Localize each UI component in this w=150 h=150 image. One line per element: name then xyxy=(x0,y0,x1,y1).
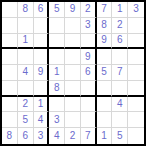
sudoku-cell-empty[interactable] xyxy=(34,49,50,65)
sudoku-cell-empty[interactable] xyxy=(34,18,50,34)
sudoku-cell-given: 3 xyxy=(49,112,65,128)
sudoku-cell-empty[interactable] xyxy=(97,112,113,128)
sudoku-cell-empty[interactable] xyxy=(65,112,81,128)
sudoku-cell-given: 6 xyxy=(112,34,128,50)
sudoku-cell-given: 8 xyxy=(18,2,34,18)
sudoku-cell-empty[interactable] xyxy=(128,81,144,97)
sudoku-cell-empty[interactable] xyxy=(49,49,65,65)
sudoku-cell-empty[interactable] xyxy=(2,81,18,97)
sudoku-cell-given: 3 xyxy=(34,128,50,144)
sudoku-cell-empty[interactable] xyxy=(128,49,144,65)
sudoku-cell-given: 1 xyxy=(97,128,113,144)
sudoku-cell-given: 1 xyxy=(34,97,50,113)
sudoku-cell-empty[interactable] xyxy=(128,65,144,81)
sudoku-cell-empty[interactable] xyxy=(49,97,65,113)
sudoku-cell-empty[interactable] xyxy=(97,97,113,113)
sudoku-cell-empty[interactable] xyxy=(18,81,34,97)
sudoku-cell-given: 5 xyxy=(112,128,128,144)
sudoku-cell-given: 7 xyxy=(97,2,113,18)
sudoku-cell-empty[interactable] xyxy=(34,34,50,50)
sudoku-cell-empty[interactable] xyxy=(128,18,144,34)
sudoku-cell-empty[interactable] xyxy=(2,112,18,128)
sudoku-cell-given: 1 xyxy=(18,34,34,50)
sudoku-cell-empty[interactable] xyxy=(49,18,65,34)
sudoku-cell-empty[interactable] xyxy=(112,49,128,65)
sudoku-cell-given: 8 xyxy=(97,18,113,34)
sudoku-cell-given: 9 xyxy=(81,49,97,65)
sudoku-cell-empty[interactable] xyxy=(81,34,97,50)
sudoku-cell-empty[interactable] xyxy=(97,81,113,97)
sudoku-cell-empty[interactable] xyxy=(65,97,81,113)
sudoku-cell-given: 4 xyxy=(18,65,34,81)
sudoku-cell-given: 6 xyxy=(18,128,34,144)
sudoku-cell-given: 9 xyxy=(65,2,81,18)
sudoku-cell-empty[interactable] xyxy=(49,34,65,50)
sudoku-cell-empty[interactable] xyxy=(65,81,81,97)
sudoku-cell-empty[interactable] xyxy=(34,81,50,97)
sudoku-cell-given: 9 xyxy=(97,34,113,50)
sudoku-cell-empty[interactable] xyxy=(65,49,81,65)
sudoku-cell-empty[interactable] xyxy=(128,112,144,128)
sudoku-cell-given: 1 xyxy=(49,65,65,81)
sudoku-cell-given: 7 xyxy=(112,65,128,81)
sudoku-cell-empty[interactable] xyxy=(81,112,97,128)
sudoku-cell-given: 7 xyxy=(81,128,97,144)
sudoku-cell-given: 3 xyxy=(128,2,144,18)
sudoku-cell-empty[interactable] xyxy=(65,18,81,34)
sudoku-cell-empty[interactable] xyxy=(65,65,81,81)
sudoku-cell-given: 3 xyxy=(81,18,97,34)
sudoku-cell-empty[interactable] xyxy=(81,81,97,97)
sudoku-cell-given: 5 xyxy=(97,65,113,81)
sudoku-cell-given: 8 xyxy=(2,128,18,144)
sudoku-cell-empty[interactable] xyxy=(128,34,144,50)
sudoku-cell-given: 2 xyxy=(65,128,81,144)
sudoku-cell-given: 5 xyxy=(18,112,34,128)
sudoku-cell-given: 6 xyxy=(81,65,97,81)
sudoku-cell-empty[interactable] xyxy=(18,18,34,34)
sudoku-cell-given: 5 xyxy=(49,2,65,18)
sudoku-cell-empty[interactable] xyxy=(97,49,113,65)
sudoku-cell-given: 9 xyxy=(34,65,50,81)
sudoku-board: 865927133821969491657821454386342715 xyxy=(0,0,146,146)
sudoku-cell-empty[interactable] xyxy=(2,18,18,34)
sudoku-cell-empty[interactable] xyxy=(2,34,18,50)
sudoku-cell-empty[interactable] xyxy=(2,65,18,81)
sudoku-cell-given: 2 xyxy=(18,97,34,113)
sudoku-cell-given: 2 xyxy=(81,2,97,18)
sudoku-cell-given: 4 xyxy=(49,128,65,144)
sudoku-cell-given: 6 xyxy=(34,2,50,18)
sudoku-cell-empty[interactable] xyxy=(2,2,18,18)
sudoku-cell-given: 1 xyxy=(112,2,128,18)
sudoku-cell-given: 8 xyxy=(49,81,65,97)
sudoku-cell-empty[interactable] xyxy=(112,112,128,128)
sudoku-cell-empty[interactable] xyxy=(81,97,97,113)
sudoku-cell-given: 4 xyxy=(112,97,128,113)
sudoku-cell-given: 4 xyxy=(34,112,50,128)
sudoku-cell-empty[interactable] xyxy=(18,49,34,65)
sudoku-cell-empty[interactable] xyxy=(112,81,128,97)
sudoku-cell-empty[interactable] xyxy=(2,49,18,65)
sudoku-cell-empty[interactable] xyxy=(65,34,81,50)
sudoku-cell-empty[interactable] xyxy=(2,97,18,113)
sudoku-cell-empty[interactable] xyxy=(128,128,144,144)
sudoku-cell-given: 2 xyxy=(112,18,128,34)
sudoku-cell-empty[interactable] xyxy=(128,97,144,113)
